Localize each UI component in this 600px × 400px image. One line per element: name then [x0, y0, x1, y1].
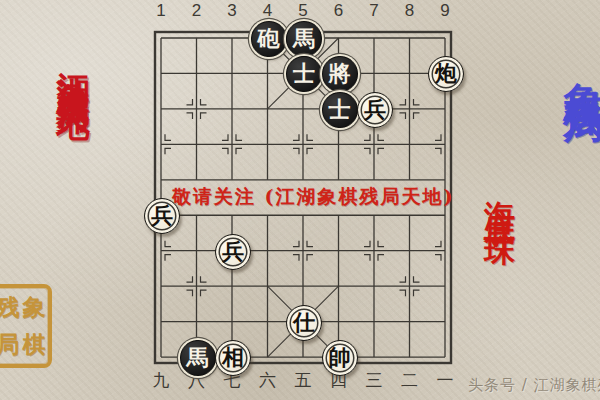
file-label-top: 5	[292, 2, 314, 20]
file-label-bottom: 九	[150, 372, 172, 390]
piece-black-士-f6r3: 士	[322, 92, 358, 128]
seal-stamp: 残 象 局 棋	[0, 284, 52, 368]
file-label-bottom: 二	[399, 372, 421, 390]
file-label-top: 9	[434, 2, 456, 20]
piece-red-相-f3r10: 相	[215, 340, 251, 376]
file-label-bottom: 三	[363, 372, 385, 390]
left-banner: 江湖象棋残局天地	[51, 46, 95, 358]
watermark: 头条号 / 江湖象棋残	[468, 376, 600, 395]
file-label-bottom: 五	[292, 372, 314, 390]
xiangqi-endgame-poster: 123456789 九八七六五四三二一 砲馬士將炮士兵兵兵仕馬相帥 敬请关注 (…	[0, 0, 600, 400]
seal-char: 棋	[22, 327, 46, 362]
seal-char: 象	[22, 290, 46, 325]
piece-red-兵-f3r7: 兵	[215, 234, 251, 270]
piece-black-將-f6r2: 將	[322, 56, 358, 92]
piece-red-仕-f5r9: 仕	[286, 305, 322, 341]
file-label-bottom: 六	[257, 372, 279, 390]
piece-red-帥-f6r10: 帥	[322, 340, 358, 376]
piece-black-馬-f2r10: 馬	[180, 340, 216, 376]
piece-black-馬-f5r1: 馬	[286, 21, 322, 57]
right-subtitle: 海底寻珠	[487, 176, 521, 346]
piece-red-兵-f1r6: 兵	[144, 198, 180, 234]
file-label-top: 6	[328, 2, 350, 20]
file-label-top: 2	[186, 2, 208, 20]
file-label-top: 7	[363, 2, 385, 20]
file-label-bottom: 一	[434, 372, 456, 390]
seal-char: 残	[0, 290, 20, 325]
file-label-top: 8	[399, 2, 421, 20]
file-label-top: 3	[221, 2, 243, 20]
river-notice: 敬请关注 (江湖象棋残局天地)	[172, 184, 455, 210]
piece-black-砲-f4r1: 砲	[251, 21, 287, 57]
file-label-top: 4	[257, 2, 279, 20]
right-title: 象棋残局	[566, 50, 600, 260]
seal-char: 局	[0, 327, 20, 362]
piece-red-兵-f7r3: 兵	[357, 92, 393, 128]
file-label-top: 1	[150, 2, 172, 20]
